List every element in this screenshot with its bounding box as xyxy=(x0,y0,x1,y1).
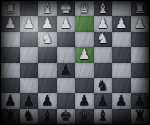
square-a4[interactable] xyxy=(131,47,150,62)
square-e5[interactable]: ♟ xyxy=(57,63,76,78)
white-pawn[interactable]: ♟ xyxy=(41,16,54,30)
square-d7[interactable]: ♟ xyxy=(75,93,94,108)
black-pawn[interactable]: ♟ xyxy=(133,93,146,107)
square-g5[interactable] xyxy=(20,63,39,78)
square-f3[interactable]: ♞ xyxy=(38,32,57,47)
square-b5[interactable] xyxy=(112,63,131,78)
white-bishop[interactable]: ♝ xyxy=(41,1,54,15)
square-b1[interactable] xyxy=(112,1,131,16)
black-pawn[interactable]: ♟ xyxy=(78,93,91,107)
square-c3[interactable]: ♞ xyxy=(94,32,113,47)
white-pawn[interactable]: ♟ xyxy=(133,16,146,30)
square-e4[interactable] xyxy=(57,47,76,62)
square-f1[interactable]: ♝ xyxy=(38,1,57,16)
square-d4[interactable]: ♟ xyxy=(75,47,94,62)
white-pawn[interactable]: ♟ xyxy=(4,16,17,30)
white-pawn[interactable]: ♟ xyxy=(78,47,91,61)
square-f5[interactable] xyxy=(38,63,57,78)
square-b4[interactable] xyxy=(112,47,131,62)
square-a8[interactable]: ♜ xyxy=(131,109,150,124)
square-g3[interactable] xyxy=(20,32,39,47)
white-king[interactable]: ♚ xyxy=(59,1,72,15)
square-e7[interactable] xyxy=(57,93,76,108)
square-h7[interactable]: ♟ xyxy=(1,93,20,108)
white-rook[interactable]: ♜ xyxy=(4,1,17,15)
black-bishop[interactable]: ♝ xyxy=(96,108,109,122)
square-c7[interactable]: ♟ xyxy=(94,93,113,108)
square-c5[interactable] xyxy=(94,63,113,78)
black-king[interactable]: ♚ xyxy=(59,108,72,122)
square-d3[interactable] xyxy=(75,32,94,47)
square-a7[interactable]: ♟ xyxy=(131,93,150,108)
white-bishop[interactable]: ♝ xyxy=(96,1,109,15)
black-bishop[interactable]: ♝ xyxy=(41,108,54,122)
square-g6[interactable] xyxy=(20,78,39,93)
black-pawn[interactable]: ♟ xyxy=(59,62,72,76)
square-f8[interactable]: ♝ xyxy=(38,109,57,124)
square-a2[interactable]: ♟ xyxy=(131,16,150,31)
square-d2[interactable] xyxy=(75,16,94,31)
square-f7[interactable]: ♟ xyxy=(38,93,57,108)
square-b2[interactable]: ♟ xyxy=(112,16,131,31)
square-e8[interactable]: ♚ xyxy=(57,109,76,124)
black-pawn[interactable]: ♟ xyxy=(22,93,35,107)
square-c8[interactable]: ♝ xyxy=(94,109,113,124)
white-pawn[interactable]: ♟ xyxy=(115,16,128,30)
square-b3[interactable] xyxy=(112,32,131,47)
square-c6[interactable]: ♞ xyxy=(94,78,113,93)
square-f2[interactable]: ♟ xyxy=(38,16,57,31)
square-h3[interactable] xyxy=(1,32,20,47)
square-g1[interactable] xyxy=(20,1,39,16)
white-rook[interactable]: ♜ xyxy=(133,1,146,15)
black-rook[interactable]: ♜ xyxy=(4,108,17,122)
square-h1[interactable]: ♜ xyxy=(1,1,20,16)
square-a6[interactable] xyxy=(131,78,150,93)
white-pawn[interactable]: ♟ xyxy=(22,16,35,30)
square-b7[interactable]: ♟ xyxy=(112,93,131,108)
chess-board-screenshot: ♜♝♚♛♝♜♟♟♟♟♟♟♟♞♞♟♟♞♟♟♟♟♟♟♟♜♞♝♚♛♝♜ xyxy=(0,0,150,125)
black-rook[interactable]: ♜ xyxy=(133,108,146,122)
black-pawn[interactable]: ♟ xyxy=(4,93,17,107)
square-a1[interactable]: ♜ xyxy=(131,1,150,16)
black-knight[interactable]: ♞ xyxy=(22,108,35,122)
square-e1[interactable]: ♚ xyxy=(57,1,76,16)
white-queen[interactable]: ♛ xyxy=(78,1,91,15)
square-a3[interactable] xyxy=(131,32,150,47)
black-pawn[interactable]: ♟ xyxy=(115,93,128,107)
black-queen[interactable]: ♛ xyxy=(78,108,91,122)
square-f6[interactable] xyxy=(38,78,57,93)
square-d6[interactable] xyxy=(75,78,94,93)
square-d5[interactable] xyxy=(75,63,94,78)
square-d1[interactable]: ♛ xyxy=(75,1,94,16)
square-h2[interactable]: ♟ xyxy=(1,16,20,31)
black-knight[interactable]: ♞ xyxy=(96,78,109,92)
square-g4[interactable] xyxy=(20,47,39,62)
black-pawn[interactable]: ♟ xyxy=(41,93,54,107)
square-g2[interactable]: ♟ xyxy=(20,16,39,31)
square-b6[interactable] xyxy=(112,78,131,93)
square-b8[interactable] xyxy=(112,109,131,124)
square-e3[interactable] xyxy=(57,32,76,47)
square-e2[interactable]: ♟ xyxy=(57,16,76,31)
square-c4[interactable] xyxy=(94,47,113,62)
square-g7[interactable]: ♟ xyxy=(20,93,39,108)
square-h6[interactable] xyxy=(1,78,20,93)
square-f4[interactable] xyxy=(38,47,57,62)
square-a5[interactable] xyxy=(131,63,150,78)
white-pawn[interactable]: ♟ xyxy=(96,16,109,30)
white-knight[interactable]: ♞ xyxy=(41,31,54,45)
black-pawn[interactable]: ♟ xyxy=(96,93,109,107)
square-c1[interactable]: ♝ xyxy=(94,1,113,16)
square-c2[interactable]: ♟ xyxy=(94,16,113,31)
chess-board: ♜♝♚♛♝♜♟♟♟♟♟♟♟♞♞♟♟♞♟♟♟♟♟♟♟♜♞♝♚♛♝♜ xyxy=(0,0,150,125)
square-e6[interactable] xyxy=(57,78,76,93)
square-d8[interactable]: ♛ xyxy=(75,109,94,124)
square-h8[interactable]: ♜ xyxy=(1,109,20,124)
square-g8[interactable]: ♞ xyxy=(20,109,39,124)
square-h5[interactable] xyxy=(1,63,20,78)
white-knight[interactable]: ♞ xyxy=(96,31,109,45)
white-pawn[interactable]: ♟ xyxy=(59,16,72,30)
square-h4[interactable] xyxy=(1,47,20,62)
